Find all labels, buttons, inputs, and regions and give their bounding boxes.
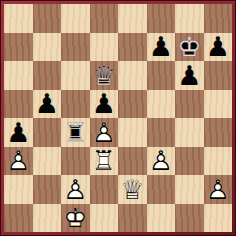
square-b7[interactable] xyxy=(33,33,62,62)
square-f4[interactable] xyxy=(147,118,176,147)
black-king-piece[interactable]: ♚ xyxy=(175,33,204,62)
square-e1[interactable] xyxy=(118,204,147,233)
square-d1[interactable] xyxy=(90,204,119,233)
black-pawn-piece[interactable]: ♟ xyxy=(90,90,119,119)
square-f3[interactable]: ♟♙ xyxy=(147,147,176,176)
square-f2[interactable] xyxy=(147,175,176,204)
square-b6[interactable] xyxy=(33,61,62,90)
square-a3[interactable]: ♟♙ xyxy=(4,147,33,176)
square-g4[interactable] xyxy=(175,118,204,147)
square-g1[interactable] xyxy=(175,204,204,233)
black-rook-piece[interactable]: ♜ xyxy=(61,118,90,147)
white-rook-piece[interactable]: ♖ xyxy=(90,147,119,176)
square-h8[interactable] xyxy=(204,4,233,33)
square-a6[interactable] xyxy=(4,61,33,90)
white-rook-piece[interactable]: ♜ xyxy=(90,147,119,176)
white-pawn-piece[interactable]: ♙ xyxy=(61,175,90,204)
black-pawn-piece[interactable]: ♟ xyxy=(33,90,62,119)
white-pawn-piece[interactable]: ♙ xyxy=(4,147,33,176)
square-b4[interactable] xyxy=(33,118,62,147)
white-pawn-piece[interactable]: ♟ xyxy=(90,118,119,147)
square-b8[interactable] xyxy=(33,4,62,33)
black-rook-piece[interactable]: ♖ xyxy=(61,118,90,147)
black-pawn-piece[interactable]: ♟ xyxy=(175,61,204,90)
square-e4[interactable] xyxy=(118,118,147,147)
square-g5[interactable] xyxy=(175,90,204,119)
square-d3[interactable]: ♜♖ xyxy=(90,147,119,176)
square-g2[interactable] xyxy=(175,175,204,204)
square-c7[interactable] xyxy=(61,33,90,62)
white-queen-piece[interactable]: ♕ xyxy=(118,175,147,204)
square-c8[interactable] xyxy=(61,4,90,33)
square-e3[interactable] xyxy=(118,147,147,176)
square-g3[interactable] xyxy=(175,147,204,176)
square-c4[interactable]: ♜♖ xyxy=(61,118,90,147)
black-pawn-piece[interactable]: ♟ xyxy=(204,33,233,62)
black-king-piece[interactable]: ♔ xyxy=(175,33,204,62)
square-e6[interactable] xyxy=(118,61,147,90)
square-a4[interactable]: ♟ xyxy=(4,118,33,147)
square-h4[interactable] xyxy=(204,118,233,147)
square-d2[interactable] xyxy=(90,175,119,204)
square-g8[interactable] xyxy=(175,4,204,33)
square-a1[interactable] xyxy=(4,204,33,233)
black-queen-piece[interactable]: ♕ xyxy=(90,61,119,90)
square-h5[interactable] xyxy=(204,90,233,119)
square-f8[interactable] xyxy=(147,4,176,33)
square-h6[interactable] xyxy=(204,61,233,90)
square-c1[interactable]: ♚♔ xyxy=(61,204,90,233)
square-g7[interactable]: ♚♔ xyxy=(175,33,204,62)
square-c6[interactable] xyxy=(61,61,90,90)
square-c3[interactable] xyxy=(61,147,90,176)
square-a7[interactable] xyxy=(4,33,33,62)
square-b3[interactable] xyxy=(33,147,62,176)
square-d4[interactable]: ♟♙ xyxy=(90,118,119,147)
square-f5[interactable] xyxy=(147,90,176,119)
square-b2[interactable] xyxy=(33,175,62,204)
square-e5[interactable] xyxy=(118,90,147,119)
square-e2[interactable]: ♛♕ xyxy=(118,175,147,204)
square-e7[interactable] xyxy=(118,33,147,62)
white-pawn-piece[interactable]: ♟ xyxy=(4,147,33,176)
white-pawn-piece[interactable]: ♟ xyxy=(147,147,176,176)
square-e8[interactable] xyxy=(118,4,147,33)
white-pawn-piece[interactable]: ♟ xyxy=(61,175,90,204)
white-queen-piece[interactable]: ♛ xyxy=(118,175,147,204)
chess-board: ♟♚♔♟♛♕♟♟♟♟♜♖♟♙♟♙♜♖♟♙♟♙♛♕♟♙♚♔ xyxy=(4,4,232,232)
white-king-piece[interactable]: ♚ xyxy=(61,204,90,233)
square-c2[interactable]: ♟♙ xyxy=(61,175,90,204)
square-d7[interactable] xyxy=(90,33,119,62)
square-h1[interactable] xyxy=(204,204,233,233)
square-h7[interactable]: ♟ xyxy=(204,33,233,62)
board-frame: ♟♚♔♟♛♕♟♟♟♟♜♖♟♙♟♙♜♖♟♙♟♙♛♕♟♙♚♔ xyxy=(0,0,236,236)
black-queen-piece[interactable]: ♛ xyxy=(90,61,119,90)
square-d8[interactable] xyxy=(90,4,119,33)
white-pawn-piece[interactable]: ♙ xyxy=(147,147,176,176)
square-b1[interactable] xyxy=(33,204,62,233)
black-pawn-piece[interactable]: ♟ xyxy=(4,118,33,147)
square-f1[interactable] xyxy=(147,204,176,233)
white-pawn-piece[interactable]: ♙ xyxy=(204,175,233,204)
black-pawn-piece[interactable]: ♟ xyxy=(147,33,176,62)
square-d6[interactable]: ♛♕ xyxy=(90,61,119,90)
square-a8[interactable] xyxy=(4,4,33,33)
white-pawn-piece[interactable]: ♟ xyxy=(204,175,233,204)
square-b5[interactable]: ♟ xyxy=(33,90,62,119)
white-king-piece[interactable]: ♔ xyxy=(61,204,90,233)
square-d5[interactable]: ♟ xyxy=(90,90,119,119)
square-f6[interactable] xyxy=(147,61,176,90)
white-pawn-piece[interactable]: ♙ xyxy=(90,118,119,147)
square-g6[interactable]: ♟ xyxy=(175,61,204,90)
square-h2[interactable]: ♟♙ xyxy=(204,175,233,204)
square-c5[interactable] xyxy=(61,90,90,119)
square-a5[interactable] xyxy=(4,90,33,119)
square-a2[interactable] xyxy=(4,175,33,204)
square-h3[interactable] xyxy=(204,147,233,176)
square-f7[interactable]: ♟ xyxy=(147,33,176,62)
